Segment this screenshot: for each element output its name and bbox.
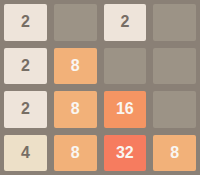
tile-2: 2 [4, 4, 47, 41]
tile-2: 2 [4, 48, 47, 85]
empty-cell [153, 48, 196, 85]
empty-cell [104, 48, 147, 85]
empty-cell [153, 91, 196, 128]
tile-16: 16 [104, 91, 147, 128]
tile-8: 8 [153, 135, 196, 172]
board-2048: 2228281648328 [0, 0, 200, 175]
tile-8: 8 [54, 91, 97, 128]
empty-cell [153, 4, 196, 41]
tile-2: 2 [4, 91, 47, 128]
tile-4: 4 [4, 135, 47, 172]
empty-cell [54, 4, 97, 41]
tile-8: 8 [54, 135, 97, 172]
tile-2: 2 [104, 4, 147, 41]
tile-8: 8 [54, 48, 97, 85]
tile-32: 32 [104, 135, 147, 172]
